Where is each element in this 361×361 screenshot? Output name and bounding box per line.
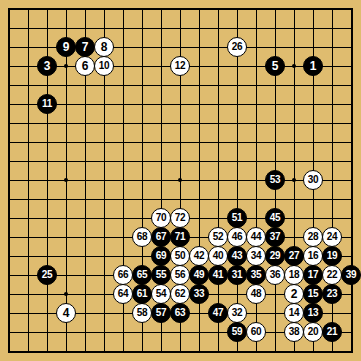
stone-white-20: 20	[303, 322, 323, 342]
stone-black-25: 25	[37, 265, 57, 285]
stone-number: 5	[272, 60, 279, 72]
stone-number: 8	[101, 41, 108, 53]
stone-white-40: 40	[208, 246, 228, 266]
hoshi-dot	[64, 178, 68, 182]
stone-white-66: 66	[113, 265, 133, 285]
stone-number: 71	[175, 232, 185, 242]
stone-number: 19	[327, 251, 337, 261]
stone-white-2: 2	[284, 284, 304, 304]
stone-black-63: 63	[170, 303, 190, 323]
stone-black-71: 71	[170, 227, 190, 247]
stone-white-24: 24	[322, 227, 342, 247]
stone-number: 43	[232, 251, 242, 261]
stone-white-56: 56	[170, 265, 190, 285]
stone-black-59: 59	[227, 322, 247, 342]
stone-number: 54	[156, 289, 166, 299]
stone-number: 4	[63, 307, 70, 319]
stone-black-67: 67	[151, 227, 171, 247]
stone-white-38: 38	[284, 322, 304, 342]
stone-number: 13	[308, 308, 318, 318]
stone-white-62: 62	[170, 284, 190, 304]
stone-black-7: 7	[75, 37, 95, 57]
stone-number: 59	[232, 327, 242, 337]
stone-white-16: 16	[303, 246, 323, 266]
stone-black-3: 3	[37, 56, 57, 76]
stone-white-50: 50	[170, 246, 190, 266]
stone-black-23: 23	[322, 284, 342, 304]
stone-number: 41	[213, 270, 223, 280]
stone-number: 11	[42, 99, 52, 109]
stone-white-32: 32	[227, 303, 247, 323]
stone-number: 70	[156, 213, 166, 223]
stone-number: 51	[232, 213, 242, 223]
stone-white-54: 54	[151, 284, 171, 304]
stone-number: 68	[137, 232, 147, 242]
stone-white-64: 64	[113, 284, 133, 304]
stone-black-45: 45	[265, 208, 285, 228]
stone-number: 28	[308, 232, 318, 242]
stone-white-18: 18	[284, 265, 304, 285]
stone-black-17: 17	[303, 265, 323, 285]
stone-white-10: 10	[94, 56, 114, 76]
stone-number: 61	[137, 289, 147, 299]
stone-black-39: 39	[341, 265, 361, 285]
stone-number: 42	[194, 251, 204, 261]
stone-number: 45	[270, 213, 280, 223]
hoshi-dot	[292, 178, 296, 182]
stone-black-11: 11	[37, 94, 57, 114]
stone-number: 58	[137, 308, 147, 318]
stone-number: 47	[213, 308, 223, 318]
stone-number: 44	[251, 232, 261, 242]
stone-white-4: 4	[56, 303, 76, 323]
stone-number: 10	[99, 61, 109, 71]
stone-number: 39	[346, 270, 356, 280]
stone-white-42: 42	[189, 246, 209, 266]
stone-black-19: 19	[322, 246, 342, 266]
stone-black-33: 33	[189, 284, 209, 304]
stone-black-5: 5	[265, 56, 285, 76]
stone-number: 40	[213, 251, 223, 261]
stone-number: 31	[232, 270, 242, 280]
stone-white-60: 60	[246, 322, 266, 342]
stone-number: 72	[175, 213, 185, 223]
stone-number: 25	[42, 270, 52, 280]
go-board-diagram: 1234567891011121314151617181920212223242…	[0, 0, 361, 361]
stone-black-61: 61	[132, 284, 152, 304]
stone-black-21: 21	[322, 322, 342, 342]
stone-black-13: 13	[303, 303, 323, 323]
stone-number: 7	[82, 41, 89, 53]
stone-number: 32	[232, 308, 242, 318]
stone-black-53: 53	[265, 170, 285, 190]
stone-number: 21	[327, 327, 337, 337]
stone-black-1: 1	[303, 56, 323, 76]
stone-black-27: 27	[284, 246, 304, 266]
stone-white-22: 22	[322, 265, 342, 285]
stone-number: 53	[270, 175, 280, 185]
stone-white-46: 46	[227, 227, 247, 247]
stone-number: 37	[270, 232, 280, 242]
stone-number: 65	[137, 270, 147, 280]
stone-white-34: 34	[246, 246, 266, 266]
stone-black-41: 41	[208, 265, 228, 285]
stone-black-57: 57	[151, 303, 171, 323]
stone-number: 22	[327, 270, 337, 280]
stone-number: 48	[251, 289, 261, 299]
stone-number: 62	[175, 289, 185, 299]
stone-white-6: 6	[75, 56, 95, 76]
stone-black-29: 29	[265, 246, 285, 266]
stone-white-68: 68	[132, 227, 152, 247]
stone-black-35: 35	[246, 265, 266, 285]
stone-number: 63	[175, 308, 185, 318]
stone-number: 9	[63, 41, 70, 53]
stone-black-37: 37	[265, 227, 285, 247]
stone-number: 14	[289, 308, 299, 318]
stone-black-55: 55	[151, 265, 171, 285]
stone-number: 38	[289, 327, 299, 337]
stone-number: 52	[213, 232, 223, 242]
stone-number: 2	[291, 288, 298, 300]
stone-number: 57	[156, 308, 166, 318]
stone-number: 29	[270, 251, 280, 261]
stone-number: 66	[118, 270, 128, 280]
stone-black-65: 65	[132, 265, 152, 285]
hoshi-dot	[178, 178, 182, 182]
stone-number: 34	[251, 251, 261, 261]
stone-number: 56	[175, 270, 185, 280]
stone-number: 36	[270, 270, 280, 280]
stone-number: 60	[251, 327, 261, 337]
stone-number: 12	[175, 61, 185, 71]
stone-number: 3	[44, 60, 51, 72]
stone-black-69: 69	[151, 246, 171, 266]
hoshi-dot	[64, 292, 68, 296]
stone-number: 50	[175, 251, 185, 261]
stone-white-72: 72	[170, 208, 190, 228]
hoshi-dot	[292, 64, 296, 68]
stone-white-8: 8	[94, 37, 114, 57]
stone-number: 69	[156, 251, 166, 261]
stone-black-47: 47	[208, 303, 228, 323]
stone-number: 18	[289, 270, 299, 280]
stone-number: 15	[308, 289, 318, 299]
stone-white-36: 36	[265, 265, 285, 285]
stone-number: 46	[232, 232, 242, 242]
stone-number: 26	[232, 42, 242, 52]
stone-number: 23	[327, 289, 337, 299]
stone-black-49: 49	[189, 265, 209, 285]
stone-number: 6	[82, 60, 89, 72]
stone-number: 17	[308, 270, 318, 280]
stone-number: 55	[156, 270, 166, 280]
stone-black-51: 51	[227, 208, 247, 228]
hoshi-dot	[64, 64, 68, 68]
stone-number: 64	[118, 289, 128, 299]
stone-number: 35	[251, 270, 261, 280]
stone-white-44: 44	[246, 227, 266, 247]
stone-white-14: 14	[284, 303, 304, 323]
stone-number: 24	[327, 232, 337, 242]
stone-black-43: 43	[227, 246, 247, 266]
stone-number: 16	[308, 251, 318, 261]
stone-white-30: 30	[303, 170, 323, 190]
stone-number: 49	[194, 270, 204, 280]
stone-white-70: 70	[151, 208, 171, 228]
stone-number: 1	[310, 60, 317, 72]
stone-number: 20	[308, 327, 318, 337]
stone-number: 27	[289, 251, 299, 261]
stone-black-31: 31	[227, 265, 247, 285]
stone-white-28: 28	[303, 227, 323, 247]
stone-white-48: 48	[246, 284, 266, 304]
stone-white-12: 12	[170, 56, 190, 76]
stone-number: 67	[156, 232, 166, 242]
stone-white-26: 26	[227, 37, 247, 57]
stone-number: 30	[308, 175, 318, 185]
stone-black-9: 9	[56, 37, 76, 57]
stone-white-52: 52	[208, 227, 228, 247]
stone-white-58: 58	[132, 303, 152, 323]
stone-number: 33	[194, 289, 204, 299]
stone-black-15: 15	[303, 284, 323, 304]
